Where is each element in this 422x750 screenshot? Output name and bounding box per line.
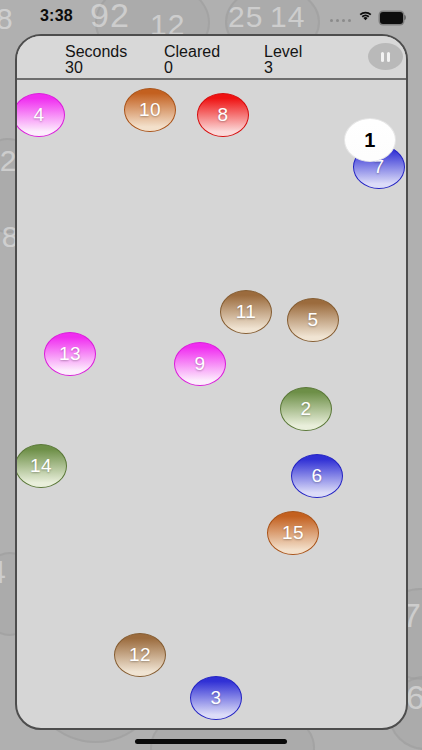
ball-12[interactable]: 12 xyxy=(114,633,166,677)
ball-6[interactable]: 6 xyxy=(291,454,343,498)
ball-number: 12 xyxy=(129,644,151,666)
ball-5[interactable]: 5 xyxy=(287,298,339,342)
faded-background-number: 6 xyxy=(406,680,422,714)
ball-number: 4 xyxy=(33,104,44,126)
status-bar: 3:38 xyxy=(0,0,422,30)
ball-number: 15 xyxy=(282,522,304,544)
ball-3[interactable]: 3 xyxy=(190,676,242,720)
iphone-screen: 8921225148218476 3:38 Seconds 30 xyxy=(0,0,422,750)
status-time: 3:38 xyxy=(40,7,73,25)
ball-number: 10 xyxy=(139,99,161,121)
ball-number: 6 xyxy=(311,465,322,487)
home-indicator[interactable] xyxy=(135,739,287,744)
game-card: Seconds 30 Cleared 0 Level 3 41087111513… xyxy=(15,34,408,730)
ball-number: 14 xyxy=(30,455,52,477)
faded-background-number: 4 xyxy=(0,556,7,588)
ball-number: 9 xyxy=(194,353,205,375)
ball-13[interactable]: 13 xyxy=(44,332,96,376)
cellular-signal-icon xyxy=(330,19,351,22)
wifi-icon xyxy=(357,8,374,26)
ball-15[interactable]: 15 xyxy=(267,511,319,555)
ball-8[interactable]: 8 xyxy=(197,93,249,137)
ball-number: 1 xyxy=(364,129,376,152)
ball-number: 11 xyxy=(236,301,257,323)
ball-4[interactable]: 4 xyxy=(15,93,65,137)
ball-2[interactable]: 2 xyxy=(280,387,332,431)
battery-icon xyxy=(380,12,405,24)
ball-10[interactable]: 10 xyxy=(124,88,176,132)
ball-9[interactable]: 9 xyxy=(174,342,226,386)
ball-number: 2 xyxy=(300,398,311,420)
status-icons xyxy=(330,10,405,24)
ball-number: 5 xyxy=(307,309,318,331)
ball-1[interactable]: 1 xyxy=(344,118,396,162)
ball-number: 13 xyxy=(59,343,81,365)
ball-14[interactable]: 14 xyxy=(15,444,67,488)
ball-number: 8 xyxy=(217,104,228,126)
ball-number: 3 xyxy=(210,687,221,709)
ball-11[interactable]: 11 xyxy=(220,290,272,334)
game-board: 410871115139214615123 xyxy=(17,36,406,728)
